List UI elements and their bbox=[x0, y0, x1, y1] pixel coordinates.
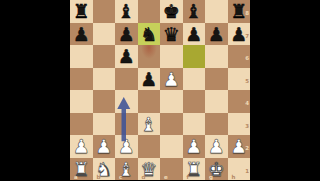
square-b7[interactable] bbox=[93, 23, 116, 46]
square-b1[interactable]: ♞b bbox=[93, 158, 116, 181]
square-b4[interactable] bbox=[93, 90, 116, 113]
square-c6[interactable]: ♟ bbox=[115, 45, 138, 68]
rank-coordinate-3: 3 bbox=[245, 124, 249, 130]
file-coordinate-b: b bbox=[97, 175, 101, 181]
square-g8[interactable] bbox=[205, 0, 228, 23]
square-f2[interactable]: ♟ bbox=[183, 135, 206, 158]
square-c4[interactable] bbox=[115, 90, 138, 113]
square-b8[interactable] bbox=[93, 0, 116, 23]
white-pawn[interactable]: ♟ bbox=[163, 68, 180, 91]
rank-coordinate-4: 4 bbox=[245, 101, 249, 107]
black-pawn[interactable]: ♟ bbox=[118, 45, 135, 68]
square-c3[interactable] bbox=[115, 113, 138, 136]
square-a7[interactable]: ♟ bbox=[70, 23, 93, 46]
square-a3[interactable] bbox=[70, 113, 93, 136]
square-d6[interactable] bbox=[138, 45, 161, 68]
rank-coordinate-5: 5 bbox=[245, 79, 249, 85]
chess-board: ♜♝♚♝♜8♟♟♞♛♟♟♟7♟6♟♟54♝3♟♟♟♟♟♟2♜a♞b♝c♛de♜f… bbox=[70, 0, 250, 180]
square-g4[interactable] bbox=[205, 90, 228, 113]
square-f6[interactable] bbox=[183, 45, 206, 68]
square-e5[interactable]: ♟ bbox=[160, 68, 183, 91]
square-e7[interactable]: ♛ bbox=[160, 23, 183, 46]
rank-coordinate-7: 7 bbox=[245, 34, 249, 40]
square-g6[interactable] bbox=[205, 45, 228, 68]
black-knight[interactable]: ♞ bbox=[140, 23, 157, 46]
file-coordinate-a: a bbox=[74, 175, 78, 181]
rank-coordinate-8: 8 bbox=[245, 11, 249, 17]
square-b6[interactable] bbox=[93, 45, 116, 68]
square-d4[interactable] bbox=[138, 90, 161, 113]
square-h3[interactable]: 3 bbox=[228, 113, 251, 136]
file-coordinate-h: h bbox=[232, 175, 236, 181]
square-a4[interactable] bbox=[70, 90, 93, 113]
rank-coordinate-2: 2 bbox=[245, 146, 249, 152]
square-f7[interactable]: ♟ bbox=[183, 23, 206, 46]
file-coordinate-e: e bbox=[164, 175, 168, 181]
square-c5[interactable] bbox=[115, 68, 138, 91]
square-a2[interactable]: ♟ bbox=[70, 135, 93, 158]
black-pawn[interactable]: ♟ bbox=[185, 23, 202, 46]
black-pawn[interactable]: ♟ bbox=[208, 23, 225, 46]
square-h4[interactable]: 4 bbox=[228, 90, 251, 113]
red-smudge-annotation bbox=[141, 45, 157, 59]
white-pawn[interactable]: ♟ bbox=[73, 135, 90, 158]
square-e3[interactable] bbox=[160, 113, 183, 136]
rank-coordinate-6: 6 bbox=[245, 56, 249, 62]
square-h7[interactable]: ♟7 bbox=[228, 23, 251, 46]
square-c2[interactable]: ♟ bbox=[115, 135, 138, 158]
black-pawn[interactable]: ♟ bbox=[118, 23, 135, 46]
black-pawn[interactable]: ♟ bbox=[140, 68, 157, 91]
white-bishop[interactable]: ♝ bbox=[140, 113, 157, 136]
black-pawn[interactable]: ♟ bbox=[73, 23, 90, 46]
square-b3[interactable] bbox=[93, 113, 116, 136]
screenshot-background: ♜♝♚♝♜8♟♟♞♛♟♟♟7♟6♟♟54♝3♟♟♟♟♟♟2♜a♞b♝c♛de♜f… bbox=[0, 0, 320, 180]
square-g1[interactable]: ♚g bbox=[205, 158, 228, 181]
square-h2[interactable]: ♟2 bbox=[228, 135, 251, 158]
file-coordinate-d: d bbox=[142, 175, 146, 181]
white-pawn[interactable]: ♟ bbox=[95, 135, 112, 158]
square-a8[interactable]: ♜ bbox=[70, 0, 93, 23]
square-g3[interactable] bbox=[205, 113, 228, 136]
square-e4[interactable] bbox=[160, 90, 183, 113]
square-d7[interactable]: ♞ bbox=[138, 23, 161, 46]
square-a6[interactable] bbox=[70, 45, 93, 68]
file-coordinate-c: c bbox=[119, 175, 122, 181]
square-h6[interactable]: 6 bbox=[228, 45, 251, 68]
square-e2[interactable] bbox=[160, 135, 183, 158]
black-queen[interactable]: ♛ bbox=[163, 23, 180, 46]
square-e6[interactable] bbox=[160, 45, 183, 68]
square-a5[interactable] bbox=[70, 68, 93, 91]
square-b2[interactable]: ♟ bbox=[93, 135, 116, 158]
square-c7[interactable]: ♟ bbox=[115, 23, 138, 46]
square-f4[interactable] bbox=[183, 90, 206, 113]
rank-coordinate-1: 1 bbox=[245, 169, 249, 175]
square-h5[interactable]: 5 bbox=[228, 68, 251, 91]
square-b5[interactable] bbox=[93, 68, 116, 91]
square-g2[interactable]: ♟ bbox=[205, 135, 228, 158]
black-rook[interactable]: ♜ bbox=[73, 0, 90, 23]
square-c8[interactable]: ♝ bbox=[115, 0, 138, 23]
square-h1[interactable]: 1h bbox=[228, 158, 251, 181]
square-d2[interactable] bbox=[138, 135, 161, 158]
square-d3[interactable]: ♝ bbox=[138, 113, 161, 136]
square-a1[interactable]: ♜a bbox=[70, 158, 93, 181]
square-e1[interactable]: e bbox=[160, 158, 183, 181]
square-g5[interactable] bbox=[205, 68, 228, 91]
black-king[interactable]: ♚ bbox=[163, 0, 180, 23]
square-d1[interactable]: ♛d bbox=[138, 158, 161, 181]
square-d8[interactable] bbox=[138, 0, 161, 23]
square-c1[interactable]: ♝c bbox=[115, 158, 138, 181]
square-g7[interactable]: ♟ bbox=[205, 23, 228, 46]
square-f1[interactable]: ♜f bbox=[183, 158, 206, 181]
square-f5[interactable] bbox=[183, 68, 206, 91]
square-f8[interactable]: ♝ bbox=[183, 0, 206, 23]
square-f3[interactable] bbox=[183, 113, 206, 136]
black-bishop[interactable]: ♝ bbox=[118, 0, 135, 23]
file-coordinate-f: f bbox=[187, 175, 189, 181]
square-d5[interactable]: ♟ bbox=[138, 68, 161, 91]
white-pawn[interactable]: ♟ bbox=[118, 135, 135, 158]
file-coordinate-g: g bbox=[209, 175, 213, 181]
black-bishop[interactable]: ♝ bbox=[185, 0, 202, 23]
white-pawn[interactable]: ♟ bbox=[208, 135, 225, 158]
square-e8[interactable]: ♚ bbox=[160, 0, 183, 23]
square-h8[interactable]: ♜8 bbox=[228, 0, 251, 23]
white-pawn[interactable]: ♟ bbox=[185, 135, 202, 158]
